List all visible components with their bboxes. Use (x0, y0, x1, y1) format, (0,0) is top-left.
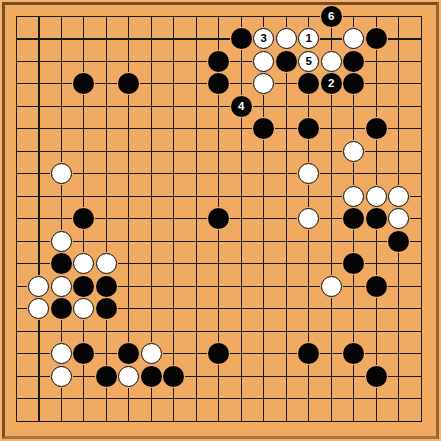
black-stone-move-4: 4 (231, 96, 252, 117)
white-stone (118, 366, 139, 387)
white-stone-move-1: 1 (298, 28, 319, 49)
white-stone (51, 231, 72, 252)
black-stone (366, 366, 387, 387)
go-board: 631524 (5, 5, 433, 433)
black-stone-move-6: 6 (321, 6, 342, 27)
board-intersection (73, 343, 96, 366)
board-intersection (50, 365, 73, 388)
black-stone (298, 118, 319, 139)
board-intersection (118, 343, 141, 366)
black-stone (208, 73, 229, 94)
board-intersection: 3 (253, 28, 276, 51)
black-stone (208, 51, 229, 72)
board-intersection (50, 275, 73, 298)
white-stone (73, 298, 94, 319)
board-intersection (253, 50, 276, 73)
board-intersection (73, 73, 96, 96)
white-stone (321, 276, 342, 297)
go-board-frame: 631524 (0, 0, 441, 441)
board-intersection: 4 (230, 95, 253, 118)
board-intersection (95, 365, 118, 388)
board-intersection (95, 253, 118, 276)
board-intersection (95, 275, 118, 298)
black-stone (343, 343, 364, 364)
board-intersection (140, 365, 163, 388)
black-stone (388, 231, 409, 252)
board-intersection (50, 253, 73, 276)
board-intersection: 5 (298, 50, 321, 73)
board-intersection (343, 343, 366, 366)
black-stone (343, 51, 364, 72)
black-stone (343, 73, 364, 94)
board-intersection (388, 208, 411, 231)
white-stone (28, 276, 49, 297)
board-intersection (208, 73, 231, 96)
board-intersection (73, 275, 96, 298)
board-intersection (298, 163, 321, 186)
stone-layer: 631524 (5, 5, 433, 433)
white-stone (366, 186, 387, 207)
white-stone (51, 366, 72, 387)
white-stone (96, 253, 117, 274)
board-intersection (50, 343, 73, 366)
black-stone (343, 253, 364, 274)
board-intersection (73, 253, 96, 276)
board-intersection (208, 343, 231, 366)
board-intersection (365, 28, 388, 51)
white-stone (388, 208, 409, 229)
board-intersection (343, 50, 366, 73)
white-stone-move-3: 3 (253, 28, 274, 49)
board-intersection (388, 230, 411, 253)
black-stone (163, 366, 184, 387)
white-stone (28, 298, 49, 319)
board-intersection (298, 208, 321, 231)
board-intersection (253, 73, 276, 96)
black-stone (73, 208, 94, 229)
board-intersection (343, 185, 366, 208)
white-stone (253, 73, 274, 94)
board-intersection (365, 275, 388, 298)
board-intersection (95, 298, 118, 321)
black-stone (253, 118, 274, 139)
black-stone (298, 73, 319, 94)
board-intersection (343, 140, 366, 163)
board-intersection (298, 118, 321, 141)
board-intersection (320, 50, 343, 73)
white-stone (253, 51, 274, 72)
board-intersection (365, 208, 388, 231)
black-stone-move-2: 2 (321, 73, 342, 94)
board-intersection (73, 298, 96, 321)
black-stone (96, 366, 117, 387)
board-intersection (275, 28, 298, 51)
white-stone (51, 276, 72, 297)
board-intersection (365, 365, 388, 388)
white-stone (343, 186, 364, 207)
board-intersection (365, 185, 388, 208)
white-stone (51, 163, 72, 184)
white-stone (51, 343, 72, 364)
black-stone (366, 118, 387, 139)
board-intersection (343, 28, 366, 51)
black-stone (118, 343, 139, 364)
black-stone (276, 51, 297, 72)
board-intersection: 2 (320, 73, 343, 96)
black-stone (208, 343, 229, 364)
black-stone (51, 298, 72, 319)
black-stone (73, 343, 94, 364)
board-intersection (50, 230, 73, 253)
board-intersection (140, 343, 163, 366)
board-intersection (28, 298, 51, 321)
board-intersection (208, 208, 231, 231)
board-intersection (118, 73, 141, 96)
white-stone (388, 186, 409, 207)
board-intersection (343, 73, 366, 96)
black-stone (366, 28, 387, 49)
black-stone (96, 298, 117, 319)
white-stone-move-5: 5 (298, 51, 319, 72)
white-stone (298, 163, 319, 184)
black-stone (51, 253, 72, 274)
black-stone (73, 276, 94, 297)
board-intersection (275, 50, 298, 73)
black-stone (343, 208, 364, 229)
board-intersection (73, 208, 96, 231)
board-intersection (388, 185, 411, 208)
black-stone (208, 208, 229, 229)
board-intersection: 6 (320, 5, 343, 28)
white-stone (343, 141, 364, 162)
white-stone (141, 343, 162, 364)
board-intersection (28, 275, 51, 298)
board-intersection (365, 118, 388, 141)
board-intersection (118, 365, 141, 388)
board-intersection (208, 50, 231, 73)
board-intersection (298, 73, 321, 96)
board-intersection (343, 208, 366, 231)
board-intersection (163, 365, 186, 388)
board-intersection (50, 163, 73, 186)
board-intersection (320, 275, 343, 298)
board-intersection (50, 298, 73, 321)
board-intersection (230, 28, 253, 51)
black-stone (96, 276, 117, 297)
white-stone (276, 28, 297, 49)
white-stone (343, 28, 364, 49)
black-stone (366, 208, 387, 229)
black-stone (298, 343, 319, 364)
white-stone (321, 51, 342, 72)
board-intersection (343, 253, 366, 276)
white-stone (73, 253, 94, 274)
black-stone (141, 366, 162, 387)
white-stone (298, 208, 319, 229)
black-stone (231, 28, 252, 49)
black-stone (118, 73, 139, 94)
board-intersection (253, 118, 276, 141)
board-intersection (298, 343, 321, 366)
board-intersection: 1 (298, 28, 321, 51)
black-stone (366, 276, 387, 297)
black-stone (73, 73, 94, 94)
